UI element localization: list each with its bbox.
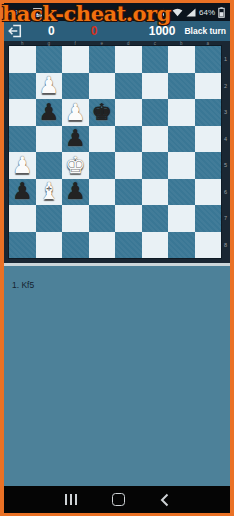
file-label-d: d: [115, 41, 142, 46]
square-e8[interactable]: [89, 232, 116, 259]
square-a3[interactable]: [195, 99, 222, 126]
square-a6[interactable]: [195, 179, 222, 206]
square-d2[interactable]: [115, 73, 142, 100]
white-piece-B: ♝: [38, 180, 59, 203]
back-icon[interactable]: [160, 493, 169, 507]
square-f1[interactable]: [62, 46, 89, 73]
square-b4[interactable]: [168, 126, 195, 153]
board-panel: hgfedcba ♟♟♟♚♟♟♚♟♝♟ 12345678: [4, 41, 230, 263]
square-h2[interactable]: [9, 73, 36, 100]
square-d8[interactable]: [115, 232, 142, 259]
square-c7[interactable]: [142, 205, 169, 232]
square-c8[interactable]: [142, 232, 169, 259]
rank-label-2: 2: [221, 73, 230, 100]
wifi-icon: [172, 8, 183, 17]
square-c5[interactable]: [142, 152, 169, 179]
rank-label-6: 6: [221, 179, 230, 206]
square-b8[interactable]: [168, 232, 195, 259]
square-h6[interactable]: ♟: [9, 179, 36, 206]
square-a7[interactable]: [195, 205, 222, 232]
square-b5[interactable]: [168, 152, 195, 179]
moves-counter: 0: [48, 24, 55, 38]
square-d1[interactable]: [115, 46, 142, 73]
square-f3[interactable]: ♟: [62, 99, 89, 126]
black-piece-P: ♟: [38, 101, 59, 124]
square-g5[interactable]: [36, 152, 63, 179]
square-c2[interactable]: [142, 73, 169, 100]
black-piece-K: ♚: [91, 101, 112, 124]
square-e3[interactable]: ♚: [89, 99, 116, 126]
file-label-f: f: [62, 41, 89, 46]
turn-indicator: Black turn: [184, 26, 226, 36]
file-label-h: h: [9, 41, 36, 46]
square-f6[interactable]: ♟: [62, 179, 89, 206]
move-entry[interactable]: 1. Kf5: [12, 280, 34, 290]
square-g3[interactable]: ♟: [36, 99, 63, 126]
square-d3[interactable]: [115, 99, 142, 126]
square-b3[interactable]: [168, 99, 195, 126]
rank-label-7: 7: [221, 205, 230, 232]
square-c4[interactable]: [142, 126, 169, 153]
square-d6[interactable]: [115, 179, 142, 206]
square-c1[interactable]: [142, 46, 169, 73]
file-label-e: e: [89, 41, 116, 46]
phone-screen: 19:22 64%: [4, 3, 230, 513]
square-h8[interactable]: [9, 232, 36, 259]
square-d5[interactable]: [115, 152, 142, 179]
square-d7[interactable]: [115, 205, 142, 232]
rank-label-4: 4: [221, 126, 230, 153]
rank-label-5: 5: [221, 152, 230, 179]
square-h1[interactable]: [9, 46, 36, 73]
square-g6[interactable]: ♝: [36, 179, 63, 206]
square-a8[interactable]: [195, 232, 222, 259]
square-f8[interactable]: [62, 232, 89, 259]
square-b6[interactable]: [168, 179, 195, 206]
square-b7[interactable]: [168, 205, 195, 232]
file-label-b: b: [168, 41, 195, 46]
white-piece-K: ♚: [65, 154, 86, 177]
square-h3[interactable]: [9, 99, 36, 126]
square-g4[interactable]: [36, 126, 63, 153]
android-nav-bar: [4, 486, 230, 513]
square-e5[interactable]: [89, 152, 116, 179]
file-label-a: a: [195, 41, 222, 46]
recents-icon[interactable]: [65, 494, 77, 505]
home-icon[interactable]: [112, 493, 125, 506]
file-labels: hgfedcba: [9, 41, 221, 46]
square-f7[interactable]: [62, 205, 89, 232]
square-e2[interactable]: [89, 73, 116, 100]
square-a1[interactable]: [195, 46, 222, 73]
square-e7[interactable]: [89, 205, 116, 232]
battery-icon: [218, 7, 225, 18]
square-b1[interactable]: [168, 46, 195, 73]
move-list: 1. Kf5: [4, 266, 230, 486]
black-piece-P: ♟: [65, 180, 86, 203]
chess-board: ♟♟♟♚♟♟♚♟♝♟: [9, 46, 221, 258]
square-a4[interactable]: [195, 126, 222, 153]
square-h4[interactable]: [9, 126, 36, 153]
square-f4[interactable]: ♟: [62, 126, 89, 153]
screenshot-frame: hack-cheat.org 19:22 64%: [0, 0, 234, 516]
watermark: hack-cheat.org: [2, 1, 171, 26]
square-f5[interactable]: ♚: [62, 152, 89, 179]
black-piece-P: ♟: [65, 127, 86, 150]
score-value: 1000: [149, 24, 176, 38]
square-f2[interactable]: [62, 73, 89, 100]
square-g7[interactable]: [36, 205, 63, 232]
battery-percent: 64%: [199, 8, 215, 17]
rank-label-8: 8: [221, 232, 230, 259]
black-piece-P: ♟: [12, 180, 33, 203]
square-h7[interactable]: [9, 205, 36, 232]
white-piece-P: ♟: [12, 154, 33, 177]
square-b2[interactable]: [168, 73, 195, 100]
exit-icon[interactable]: [8, 24, 22, 38]
file-label-c: c: [142, 41, 169, 46]
square-e4[interactable]: [89, 126, 116, 153]
square-e6[interactable]: [89, 179, 116, 206]
white-piece-P: ♟: [38, 74, 59, 97]
signal-icon: [186, 8, 196, 17]
square-g1[interactable]: [36, 46, 63, 73]
square-c3[interactable]: [142, 99, 169, 126]
file-label-g: g: [36, 41, 63, 46]
rank-label-1: 1: [221, 46, 230, 73]
white-piece-P: ♟: [65, 101, 86, 124]
square-g8[interactable]: [36, 232, 63, 259]
rank-labels: 12345678: [221, 46, 230, 258]
square-a2[interactable]: [195, 73, 222, 100]
square-a5[interactable]: [195, 152, 222, 179]
square-g2[interactable]: ♟: [36, 73, 63, 100]
rank-label-3: 3: [221, 99, 230, 126]
square-c6[interactable]: [142, 179, 169, 206]
square-e1[interactable]: [89, 46, 116, 73]
square-d4[interactable]: [115, 126, 142, 153]
square-h5[interactable]: ♟: [9, 152, 36, 179]
errors-counter: 0: [91, 24, 98, 38]
